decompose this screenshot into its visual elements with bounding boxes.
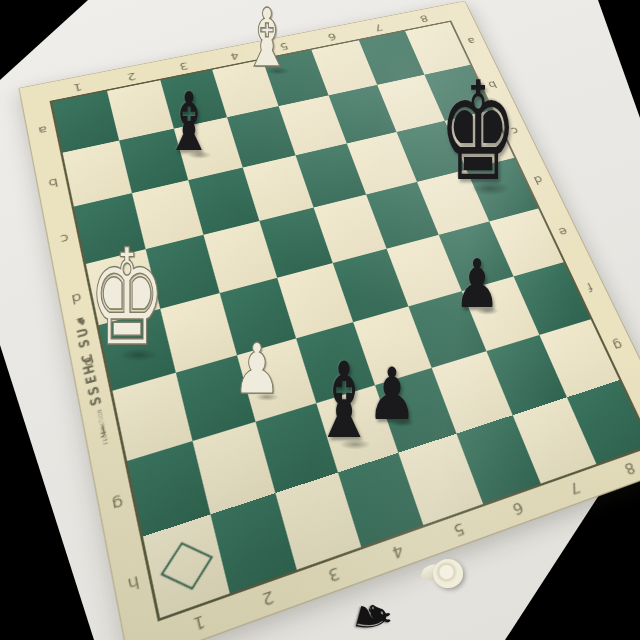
- fallen-black-knight-icon: ♞: [347, 593, 400, 640]
- fallen-white-piece: [421, 556, 463, 590]
- fallen-black-piece: ♞: [348, 596, 400, 640]
- fallen-white-piece-base: [433, 559, 463, 588]
